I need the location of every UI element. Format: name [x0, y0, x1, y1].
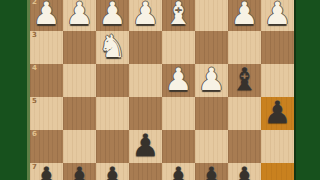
square-e2[interactable]: ♟ — [129, 0, 162, 31]
square-c3[interactable] — [195, 31, 228, 64]
rank-label-4: 4 — [32, 64, 37, 72]
chess-board[interactable]: ♜♝♚♛♞♜2♟♟♟♟♝♟♟3♞4♟♟♝5♟6♟7♟♟♟♟♟♟♜♞♚♛♝♞♜ — [30, 0, 294, 180]
square-g4[interactable] — [63, 64, 96, 97]
piece-black-bishop[interactable]: ♝ — [231, 63, 259, 96]
square-f6[interactable] — [96, 130, 129, 163]
square-a2[interactable]: ♟ — [261, 0, 294, 31]
piece-white-pawn[interactable]: ♟ — [132, 0, 160, 30]
piece-black-pawn[interactable]: ♟ — [132, 129, 160, 162]
piece-white-knight[interactable]: ♞ — [99, 30, 127, 63]
square-h2[interactable]: 2♟ — [30, 0, 63, 31]
square-h4[interactable]: 4 — [30, 64, 63, 97]
square-e3[interactable] — [129, 31, 162, 64]
square-b7[interactable]: ♟ — [228, 163, 261, 180]
square-c5[interactable] — [195, 97, 228, 130]
square-b4[interactable]: ♝ — [228, 64, 261, 97]
square-b3[interactable] — [228, 31, 261, 64]
piece-black-pawn[interactable]: ♟ — [99, 162, 127, 180]
square-a5[interactable]: ♟ — [261, 97, 294, 130]
rank-label-3: 3 — [32, 31, 37, 39]
piece-black-pawn[interactable]: ♟ — [66, 162, 94, 180]
piece-white-pawn[interactable]: ♟ — [231, 0, 259, 30]
square-b5[interactable] — [228, 97, 261, 130]
square-f7[interactable]: ♟ — [96, 163, 129, 180]
square-d5[interactable] — [162, 97, 195, 130]
square-d4[interactable]: ♟ — [162, 64, 195, 97]
square-d3[interactable] — [162, 31, 195, 64]
square-a6[interactable] — [261, 130, 294, 163]
square-d7[interactable]: ♟ — [162, 163, 195, 180]
square-c2[interactable] — [195, 0, 228, 31]
square-e4[interactable] — [129, 64, 162, 97]
square-g2[interactable]: ♟ — [63, 0, 96, 31]
square-f3[interactable]: ♞ — [96, 31, 129, 64]
square-d6[interactable] — [162, 130, 195, 163]
piece-white-pawn[interactable]: ♟ — [264, 0, 292, 30]
square-g7[interactable]: ♟ — [63, 163, 96, 180]
square-c4[interactable]: ♟ — [195, 64, 228, 97]
piece-white-pawn[interactable]: ♟ — [66, 0, 94, 30]
square-e5[interactable] — [129, 97, 162, 130]
square-a4[interactable] — [261, 64, 294, 97]
square-g5[interactable] — [63, 97, 96, 130]
piece-black-pawn[interactable]: ♟ — [231, 162, 259, 180]
square-a3[interactable] — [261, 31, 294, 64]
square-c6[interactable] — [195, 130, 228, 163]
piece-black-pawn[interactable]: ♟ — [198, 162, 226, 180]
square-c7[interactable]: ♟ — [195, 163, 228, 180]
square-d2[interactable]: ♝ — [162, 0, 195, 31]
square-f2[interactable]: ♟ — [96, 0, 129, 31]
square-f4[interactable] — [96, 64, 129, 97]
square-g3[interactable] — [63, 31, 96, 64]
square-h7[interactable]: 7♟ — [30, 163, 63, 180]
square-f5[interactable] — [96, 97, 129, 130]
piece-black-pawn[interactable]: ♟ — [33, 162, 61, 180]
piece-white-bishop[interactable]: ♝ — [165, 0, 193, 30]
square-b6[interactable] — [228, 130, 261, 163]
square-g6[interactable] — [63, 130, 96, 163]
piece-white-pawn[interactable]: ♟ — [99, 0, 127, 30]
piece-white-pawn[interactable]: ♟ — [33, 0, 61, 30]
chess-app-viewport: ♜♝♚♛♞♜2♟♟♟♟♝♟♟3♞4♟♟♝5♟6♟7♟♟♟♟♟♟♜♞♚♛♝♞♜ — [0, 0, 320, 180]
piece-black-pawn[interactable]: ♟ — [165, 162, 193, 180]
square-e6[interactable]: ♟ — [129, 130, 162, 163]
rank-label-6: 6 — [32, 130, 37, 138]
piece-black-pawn[interactable]: ♟ — [264, 96, 292, 129]
piece-white-pawn[interactable]: ♟ — [165, 63, 193, 96]
square-h5[interactable]: 5 — [30, 97, 63, 130]
square-b2[interactable]: ♟ — [228, 0, 261, 31]
square-a7[interactable] — [261, 163, 294, 180]
square-h3[interactable]: 3 — [30, 31, 63, 64]
rank-label-5: 5 — [32, 97, 37, 105]
square-h6[interactable]: 6 — [30, 130, 63, 163]
piece-white-pawn[interactable]: ♟ — [198, 63, 226, 96]
square-e7[interactable] — [129, 163, 162, 180]
